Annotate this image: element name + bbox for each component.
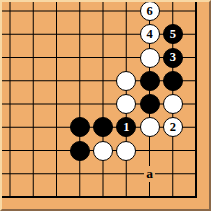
intersection	[22, 92, 45, 115]
intersection	[115, 92, 138, 115]
intersection	[45, 162, 68, 185]
intersection	[91, 185, 114, 208]
intersection	[115, 69, 138, 92]
black-stone	[70, 141, 90, 161]
white-stone	[116, 94, 136, 114]
intersection	[0, 23, 22, 46]
intersection	[115, 185, 138, 208]
intersection	[22, 162, 45, 185]
intersection	[91, 162, 114, 185]
intersection	[0, 139, 22, 162]
intersection	[68, 162, 91, 185]
intersection: 2	[161, 116, 184, 139]
intersection	[161, 0, 184, 23]
go-board-frame: 645312a	[0, 0, 211, 211]
white-stone	[116, 71, 136, 91]
intersection	[184, 46, 207, 69]
intersection	[45, 116, 68, 139]
black-stone	[163, 71, 183, 91]
intersection	[0, 116, 22, 139]
intersection	[45, 23, 68, 46]
white-stone: 6	[140, 1, 160, 21]
intersection	[45, 92, 68, 115]
intersection	[0, 162, 22, 185]
intersection	[91, 69, 114, 92]
white-stone	[116, 141, 136, 161]
intersection	[115, 162, 138, 185]
intersection	[68, 92, 91, 115]
black-stone: 3	[163, 48, 183, 68]
intersection	[68, 139, 91, 162]
intersection	[184, 185, 207, 208]
intersection	[22, 139, 45, 162]
intersection	[22, 69, 45, 92]
point-label-a: a	[144, 166, 155, 182]
move-number: 5	[170, 28, 176, 41]
intersection	[68, 185, 91, 208]
white-stone: 2	[163, 117, 183, 137]
intersection	[161, 162, 184, 185]
intersection	[68, 0, 91, 23]
intersection	[138, 139, 161, 162]
go-board: 645312a	[0, 0, 208, 209]
move-number: 1	[123, 121, 129, 134]
intersection	[0, 92, 22, 115]
intersection	[22, 185, 45, 208]
intersection	[22, 23, 45, 46]
intersection	[0, 0, 22, 23]
intersection	[115, 23, 138, 46]
intersection	[184, 69, 207, 92]
white-stone: 4	[140, 24, 160, 44]
intersection	[68, 46, 91, 69]
intersection: 1	[115, 116, 138, 139]
intersection	[115, 46, 138, 69]
intersection	[91, 46, 114, 69]
intersection: a	[138, 162, 161, 185]
intersection	[184, 162, 207, 185]
intersection	[45, 185, 68, 208]
intersection	[91, 23, 114, 46]
intersection	[184, 139, 207, 162]
intersection: 4	[138, 23, 161, 46]
intersection	[161, 139, 184, 162]
intersection	[45, 46, 68, 69]
intersection	[91, 92, 114, 115]
intersection	[138, 116, 161, 139]
intersection	[0, 69, 22, 92]
black-stone: 1	[116, 117, 136, 137]
intersection	[138, 69, 161, 92]
intersection	[68, 69, 91, 92]
intersection	[138, 185, 161, 208]
black-stone	[140, 94, 160, 114]
black-stone	[93, 117, 113, 137]
intersection	[115, 139, 138, 162]
black-stone: 5	[163, 24, 183, 44]
white-stone	[140, 117, 160, 137]
intersection	[45, 69, 68, 92]
intersection	[184, 92, 207, 115]
intersection	[161, 69, 184, 92]
intersection: 6	[138, 0, 161, 23]
intersection	[68, 116, 91, 139]
black-stone	[140, 71, 160, 91]
intersection	[91, 139, 114, 162]
intersection	[161, 185, 184, 208]
intersection	[138, 46, 161, 69]
intersection	[68, 23, 91, 46]
intersection	[138, 92, 161, 115]
move-number: 2	[170, 121, 176, 134]
intersection	[91, 0, 114, 23]
white-stone	[163, 94, 183, 114]
intersection	[184, 0, 207, 23]
intersection	[0, 185, 22, 208]
intersection	[91, 116, 114, 139]
intersection	[0, 46, 22, 69]
white-stone	[140, 48, 160, 68]
intersection: 5	[161, 23, 184, 46]
intersection	[45, 0, 68, 23]
intersection	[22, 0, 45, 23]
move-number: 6	[146, 5, 152, 18]
intersection	[22, 46, 45, 69]
intersection	[115, 0, 138, 23]
intersection	[161, 92, 184, 115]
intersection: 3	[161, 46, 184, 69]
intersection	[45, 139, 68, 162]
intersection	[184, 116, 207, 139]
intersection	[184, 23, 207, 46]
white-stone	[93, 141, 113, 161]
intersection	[22, 116, 45, 139]
move-number: 3	[170, 51, 176, 64]
move-number: 4	[146, 28, 152, 41]
black-stone	[70, 117, 90, 137]
